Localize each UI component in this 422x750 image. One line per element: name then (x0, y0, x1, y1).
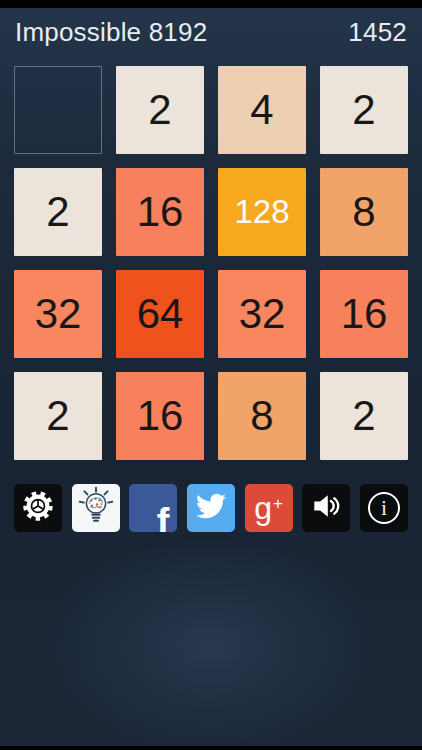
status-bar (0, 0, 422, 8)
settings-button[interactable] (14, 484, 62, 532)
facebook-icon: f (157, 503, 170, 532)
tile-32: 32 (218, 270, 306, 358)
tile-32: 32 (14, 270, 102, 358)
hint-button[interactable] (72, 484, 120, 532)
tile-16: 16 (320, 270, 408, 358)
score-value: 1452 (348, 17, 407, 48)
tile-8: 8 (218, 372, 306, 460)
tile-16: 16 (116, 372, 204, 460)
brain-lightbulb-icon (75, 485, 117, 531)
header: Impossible 8192 1452 (0, 8, 422, 56)
tile-128: 128 (218, 168, 306, 256)
twitter-bird-icon (196, 491, 226, 525)
toolbar: f g + i (14, 484, 408, 532)
facebook-button[interactable]: f (129, 484, 177, 532)
tile-8: 8 (320, 168, 408, 256)
gear-icon (19, 487, 57, 529)
info-button[interactable]: i (360, 484, 408, 532)
googleplus-button[interactable]: g + (245, 484, 293, 532)
tile-2: 2 (320, 66, 408, 154)
tile-64: 64 (116, 270, 204, 358)
tile-4: 4 (218, 66, 306, 154)
info-icon: i (368, 492, 400, 524)
app-title: Impossible 8192 (15, 17, 207, 48)
tile-16: 16 (116, 168, 204, 256)
tile-2: 2 (14, 168, 102, 256)
empty-cell (14, 66, 102, 154)
tile-2: 2 (14, 372, 102, 460)
tile-2: 2 (116, 66, 204, 154)
board[interactable]: 24221612883264321621682 (14, 66, 408, 460)
speaker-icon (308, 488, 344, 528)
tile-2: 2 (320, 372, 408, 460)
googleplus-icon: g + (254, 486, 283, 530)
sound-button[interactable] (302, 484, 350, 532)
twitter-button[interactable] (187, 484, 235, 532)
bottom-edge-bar (0, 746, 422, 750)
